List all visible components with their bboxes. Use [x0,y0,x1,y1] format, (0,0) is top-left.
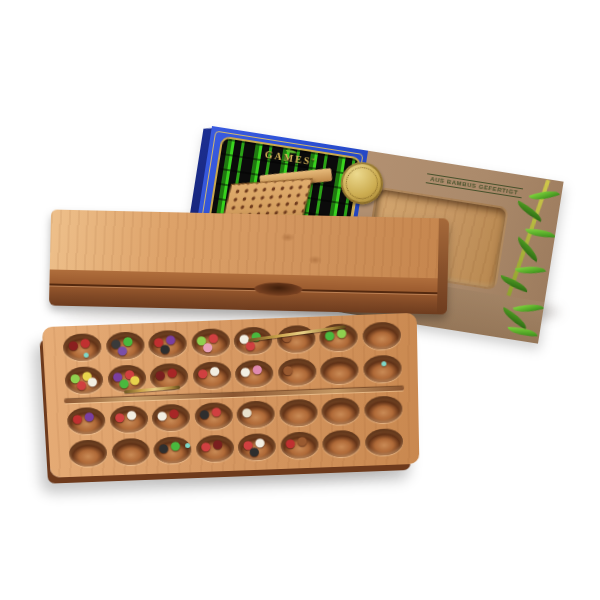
pit-D1 [69,439,108,467]
glass-stone: ● [158,441,169,453]
glass-stone: ● [72,412,83,424]
glass-stone: ● [282,363,293,375]
glass-stone: ● [285,437,296,449]
glass-stone: ● [212,437,223,449]
pit-B5: ●● [235,360,274,388]
glass-stone: ● [199,407,210,419]
glass-stone: ● [114,411,125,423]
product-photo-scene: GAMES® Hus + Philos AUS BAMBUS GEFERTIGT [0,0,600,600]
registered-mark: ® [311,157,315,163]
glass-stone: ● [126,408,137,420]
pit-D5: ●●● [238,433,277,461]
pit-B1: ●●●● [64,366,103,394]
pit-C6 [279,399,318,427]
bamboo-knot [308,255,322,264]
bamboo-knot [280,233,294,242]
pit-A2: ●●● [105,331,145,360]
pit-A1: ●● [63,333,103,362]
pit-D7 [322,430,360,458]
glass-stone: ● [129,373,140,385]
pit-B4: ●● [192,361,231,389]
pit-C5: ● [236,400,275,428]
pit-A8 [362,321,401,350]
pit-D6: ●● [280,431,319,459]
glass-stone: ● [202,340,213,352]
glass-stone: ● [249,445,260,457]
series-label: GAMES® [221,142,359,174]
glass-stone: ● [211,405,222,417]
glass-stone: ● [87,375,98,387]
pit-D3: ●● [153,436,192,464]
pit-D4: ●● [195,435,234,463]
pit-grid: ●●●●●●●●●●●●●●●●●●●●●●●●●●●●●●●●●●●●●●●●… [42,313,420,478]
bamboo-leaves-graphic [485,294,545,344]
pit-A6: ● [276,325,315,354]
pit-C8 [364,395,403,423]
glass-stone: ● [241,406,252,418]
pit-C1: ●● [67,407,106,435]
glass-stone: ● [197,367,208,379]
pit-B6: ● [278,358,317,386]
closed-board [49,209,449,314]
glass-stone: ● [84,410,95,422]
pit-A3: ●●● [148,330,187,359]
glass-stone: ● [168,406,179,418]
glass-stone: ● [159,342,170,354]
glass-stone: ● [209,364,220,376]
glass-stone: ● [118,377,129,389]
pit-A4: ●●● [191,328,230,357]
glass-stone: ● [76,378,87,390]
pit-C4: ●● [194,402,233,430]
thumb-notch [254,282,302,296]
pit-D2 [111,438,150,466]
closed-board-front-edge [49,269,448,314]
glass-stone: ● [252,362,263,374]
glass-stone: ● [68,338,79,350]
glass-stone: ● [240,365,251,377]
glass-stone: ● [170,439,181,451]
closed-board-lid [50,209,449,278]
pit-C3: ●● [152,404,191,432]
glass-stone: ● [80,336,91,348]
pit-C7 [321,397,360,425]
pit-C2: ●● [109,405,148,433]
pit-A5: ●●● [234,326,273,355]
open-board: ●●●●●●●●●●●●●●●●●●●●●●●●●●●●●●●●●●●●●●●●… [42,313,420,478]
lid-seam [49,283,447,294]
glass-stone: ● [297,434,308,446]
glass-stone: ● [155,368,166,380]
leaf-icon [508,327,538,337]
glass-stone: ● [157,409,168,421]
glass-stone: ● [200,440,211,452]
pit-D8 [365,428,403,456]
pit-B8 [363,355,402,383]
pit-B7 [320,356,359,384]
glass-stone: ● [167,366,178,378]
leaf-icon [513,300,544,316]
glass-stone: ● [117,344,128,356]
